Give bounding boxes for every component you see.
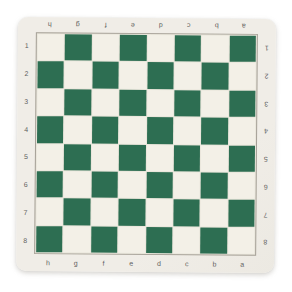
file-label-bottom-a: a (228, 256, 256, 273)
square-e8 (118, 226, 145, 253)
square-e6 (119, 172, 146, 199)
rank-label-right-1: 1 (258, 34, 276, 62)
square-a7 (228, 200, 255, 227)
square-f5 (92, 144, 119, 171)
square-f3 (92, 89, 119, 116)
file-label-top-d: d (147, 18, 175, 33)
square-f2 (92, 62, 119, 89)
square-g5 (64, 144, 91, 171)
file-label-top-f: f (91, 18, 119, 33)
rank-label-left-2: 2 (17, 60, 35, 88)
chess-board-grid (36, 34, 256, 254)
square-d2 (147, 62, 174, 89)
rank-label-left-4: 4 (17, 115, 35, 143)
square-h8 (36, 226, 63, 253)
square-e1 (120, 35, 147, 62)
square-d8 (146, 227, 173, 254)
square-c4 (174, 117, 201, 144)
rank-label-right-2: 2 (257, 62, 275, 90)
square-b2 (202, 63, 229, 90)
rank-label-left-5: 5 (17, 143, 35, 171)
square-a6 (228, 173, 255, 200)
file-label-top-b: b (202, 18, 230, 33)
rank-label-left-6: 6 (17, 171, 35, 199)
square-h2 (37, 62, 64, 89)
file-label-bottom-g: g (62, 254, 90, 271)
file-label-top-h: h (36, 17, 64, 32)
square-b1 (202, 35, 229, 62)
square-a4 (229, 118, 256, 145)
square-g7 (64, 199, 91, 226)
square-e7 (118, 199, 145, 226)
square-b4 (201, 118, 228, 145)
square-b5 (201, 145, 228, 172)
square-h4 (37, 116, 64, 143)
square-b3 (201, 90, 228, 117)
square-f7 (91, 199, 118, 226)
square-a5 (228, 145, 255, 172)
product-photo-background: hgfedcba 12345678 12345678 hgfedcba (0, 0, 292, 292)
square-e5 (119, 144, 146, 171)
square-h5 (37, 144, 64, 171)
square-c3 (174, 90, 201, 117)
square-b6 (201, 172, 228, 199)
square-d6 (146, 172, 173, 199)
rank-label-right-6: 6 (257, 173, 275, 201)
rank-labels-right: 12345678 (256, 34, 276, 256)
file-label-top-c: c (175, 18, 203, 33)
square-c1 (175, 35, 202, 62)
file-label-top-g: g (64, 17, 92, 32)
square-g2 (65, 62, 92, 89)
rank-label-left-1: 1 (18, 32, 36, 60)
rank-label-left-3: 3 (17, 87, 35, 115)
square-g6 (64, 171, 91, 198)
square-a3 (229, 90, 256, 117)
square-e3 (119, 90, 146, 117)
chessboard-mat: hgfedcba 12345678 12345678 hgfedcba (16, 17, 276, 273)
file-label-bottom-d: d (145, 255, 173, 272)
square-h1 (38, 34, 65, 61)
square-c2 (174, 63, 201, 90)
rank-label-right-8: 8 (256, 228, 274, 256)
rank-label-right-4: 4 (257, 117, 275, 145)
square-a8 (228, 227, 255, 254)
square-g1 (65, 34, 92, 61)
square-e2 (120, 62, 147, 89)
square-f8 (91, 226, 118, 253)
file-labels-bottom: hgfedcba (34, 254, 256, 273)
square-c6 (173, 172, 200, 199)
square-c8 (173, 227, 200, 254)
square-a2 (229, 63, 256, 90)
file-label-top-e: e (119, 18, 147, 33)
square-h3 (37, 89, 64, 116)
square-d1 (147, 35, 174, 62)
rank-labels-left: 12345678 (16, 32, 36, 254)
rank-label-left-7: 7 (16, 198, 34, 226)
square-d3 (147, 90, 174, 117)
file-label-top-a: a (230, 19, 258, 34)
rank-label-right-5: 5 (257, 145, 275, 173)
square-b8 (200, 227, 227, 254)
file-label-bottom-b: b (201, 255, 229, 272)
file-label-bottom-c: c (173, 255, 201, 272)
file-label-bottom-f: f (90, 255, 118, 272)
square-a1 (229, 36, 256, 63)
square-c5 (174, 145, 201, 172)
rank-label-right-7: 7 (256, 200, 274, 228)
square-f4 (92, 117, 119, 144)
rank-label-left-8: 8 (16, 226, 34, 254)
file-label-bottom-h: h (34, 254, 62, 271)
square-c7 (173, 199, 200, 226)
square-b7 (201, 200, 228, 227)
square-g8 (64, 226, 91, 253)
square-f6 (91, 171, 118, 198)
square-f1 (92, 35, 119, 62)
square-g3 (65, 89, 92, 116)
square-g4 (64, 116, 91, 143)
square-d5 (146, 145, 173, 172)
board-frame (34, 32, 258, 256)
square-h6 (37, 171, 64, 198)
square-e4 (119, 117, 146, 144)
square-d4 (147, 117, 174, 144)
file-label-bottom-e: e (117, 255, 145, 272)
rank-label-right-3: 3 (257, 89, 275, 117)
square-d7 (146, 199, 173, 226)
square-h7 (36, 198, 63, 225)
file-labels-top: hgfedcba (36, 17, 258, 34)
